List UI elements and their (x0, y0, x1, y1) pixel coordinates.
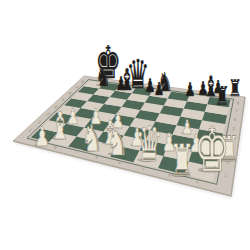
white-bishop-1: ♝ (49, 103, 71, 148)
black-rook-2: ♜ (214, 81, 229, 111)
black-rook-1: ♜ (228, 75, 241, 102)
black-pawn-3: ♟ (154, 78, 164, 99)
black-knight-1: ♞ (95, 62, 110, 92)
white-knight-1: ♞ (81, 117, 103, 160)
white-king: ♚ (194, 113, 230, 185)
black-pawn-1: ♟ (115, 72, 126, 95)
chess-set-photo: h11g22f33e44d55c66b77a88♚♞♛♝♟♞♟♟♟♟♟♝♜♜♟♟… (0, 0, 250, 250)
white-pawn-1: ♟ (34, 121, 50, 152)
white-knight-2: ♞ (106, 119, 128, 164)
white-rook-1: ♜ (169, 136, 195, 187)
white-queen: ♛ (135, 116, 164, 173)
chess-board: h11g22f33e44d55c66b77a88♚♞♛♝♟♞♟♟♟♟♟♝♜♜♟♟… (0, 0, 250, 250)
black-pawn-4: ♟ (184, 78, 195, 101)
